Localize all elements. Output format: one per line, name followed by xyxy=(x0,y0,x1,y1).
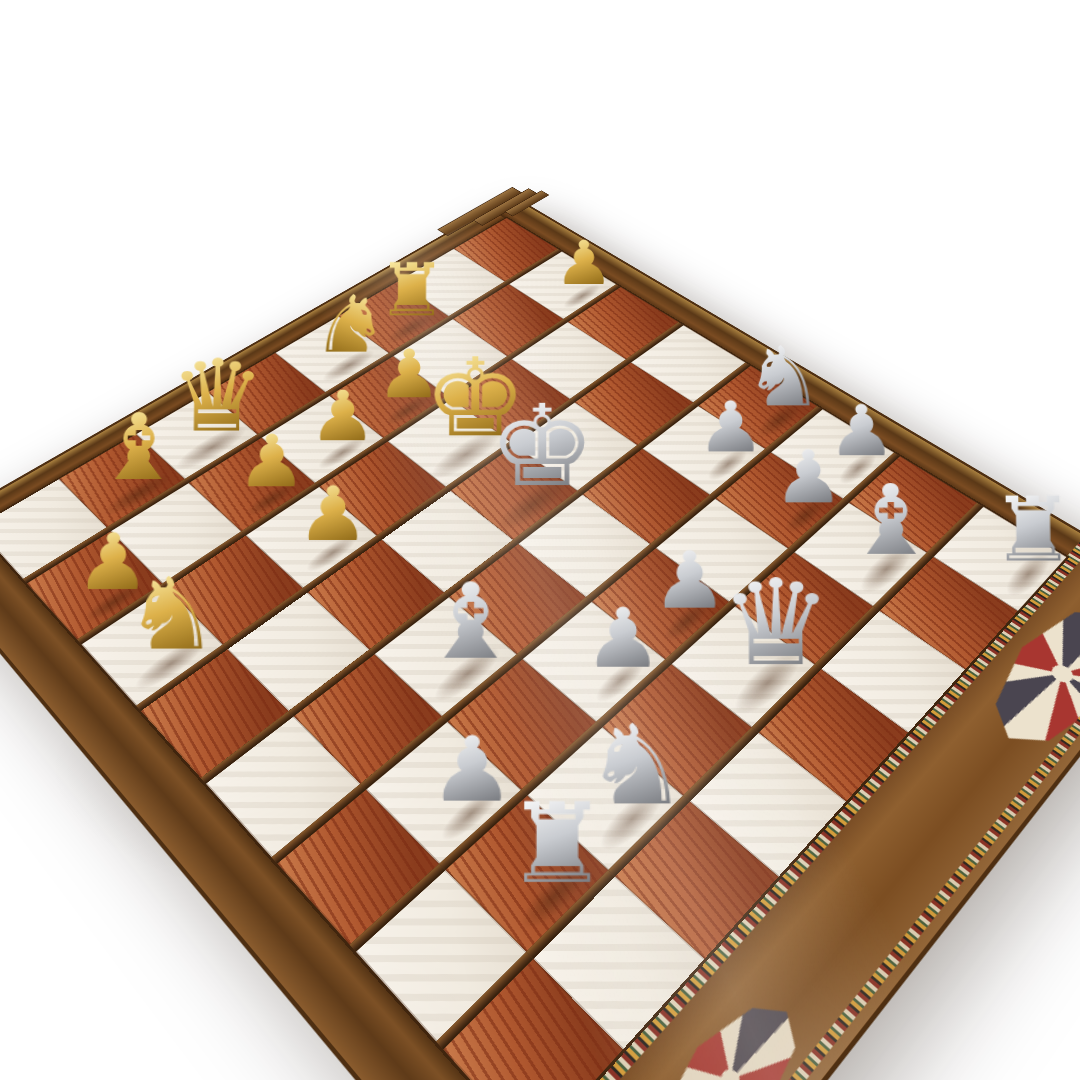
silver-rook-glyph: ♜ xyxy=(505,788,611,899)
board-3d-assembly: ♝♛♞♜♟♟♟♟♟♞♟♚♚♝♟♞♟♟♟♟♟♜♞♛♝♜ xyxy=(0,197,1080,1080)
product-photo-scene: ♝♛♞♜♟♟♟♟♟♞♟♚♚♝♟♞♟♟♟♟♟♜♞♛♝♜ xyxy=(0,0,1080,1080)
silver-queen-glyph: ♛ xyxy=(719,563,834,682)
gold-knight-glyph: ♞ xyxy=(123,565,220,665)
gold-pawn-glyph: ♟ xyxy=(554,233,613,294)
silver-pawn-glyph: ♟ xyxy=(697,392,765,462)
silver-bishop-glyph: ♝ xyxy=(843,473,938,570)
gold-pawn-glyph: ♟ xyxy=(309,381,377,451)
silver-pawn-glyph: ♟ xyxy=(583,597,662,680)
perspective-container: ♝♛♞♜♟♟♟♟♟♞♟♚♚♝♟♞♟♟♟♟♟♜♞♛♝♜ xyxy=(0,0,1080,1080)
silver-bishop-glyph: ♝ xyxy=(420,570,521,675)
silver-king-glyph: ♚ xyxy=(488,390,597,502)
gold-bishop-glyph: ♝ xyxy=(93,402,183,494)
gold-pawn-glyph: ♟ xyxy=(296,476,369,551)
silver-pawn-glyph: ♟ xyxy=(429,724,515,814)
board-frame: ♝♛♞♜♟♟♟♟♟♞♟♚♚♝♟♞♟♟♟♟♟♜♞♛♝♜ xyxy=(0,197,1080,1080)
silver-rook-glyph: ♜ xyxy=(990,485,1077,574)
silver-pawn-glyph: ♟ xyxy=(651,541,727,620)
silver-pawn-glyph: ♟ xyxy=(773,441,844,514)
gold-pawn-glyph: ♟ xyxy=(236,425,306,497)
